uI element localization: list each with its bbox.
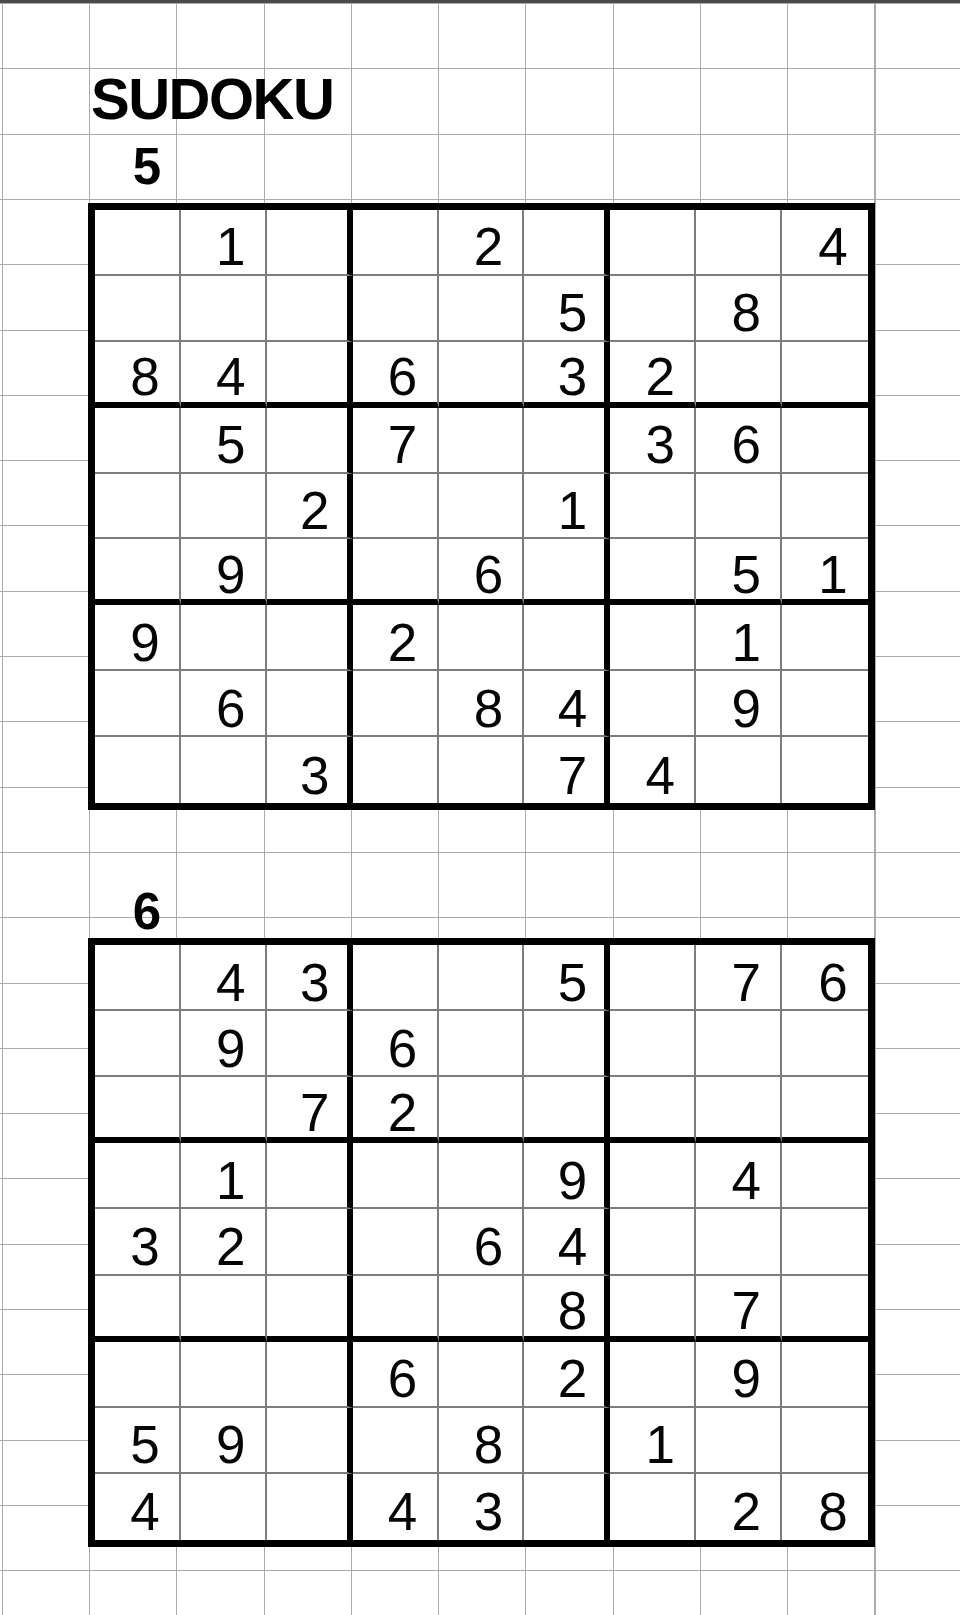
puzzle-6-cell-r6c7[interactable] [610,1276,696,1342]
puzzle-6-cell-r2c2: 9 [181,1011,267,1077]
puzzle-5-cell-r7c8: 1 [696,605,782,671]
puzzle-5-cell-r8c1[interactable] [95,671,181,737]
puzzle-5-cell-r7c9[interactable] [782,605,868,671]
cell-digit: 3 [474,1485,503,1538]
puzzle-6-cell-r7c9[interactable] [782,1342,868,1408]
cell-digit: 2 [388,616,417,669]
puzzle-5-cell-r3c7: 2 [610,342,696,408]
puzzle-5-cell-r8c2: 6 [181,671,267,737]
puzzle-6-cell-r7c3[interactable] [267,1342,353,1408]
puzzle-6-cell-r2c4: 6 [353,1011,439,1077]
cell-digit: 4 [646,749,675,802]
cell-digit: 1 [216,220,245,273]
puzzle-5-cell-r3c8[interactable] [696,342,782,408]
puzzle-6-cell-r4c4[interactable] [353,1143,439,1209]
puzzle-5-cell-r6c5: 6 [439,539,525,605]
puzzle-6-cell-r9c1: 4 [95,1474,181,1540]
puzzle-5-cell-r7c7[interactable] [610,605,696,671]
puzzle-5-cell-r8c8: 9 [696,671,782,737]
cell-digit: 5 [558,286,587,339]
puzzle-6-cell-r8c6[interactable] [524,1408,610,1474]
puzzle-6-cell-r1c7[interactable] [610,945,696,1011]
cell-digit: 6 [474,1220,503,1273]
puzzle-6-cell-r1c3: 3 [267,945,353,1011]
puzzle-5-cell-r2c5[interactable] [439,276,525,342]
puzzle-6-cell-r1c4[interactable] [353,945,439,1011]
puzzle-6-cell-r4c5[interactable] [439,1143,525,1209]
cell-digit: 8 [130,350,159,403]
puzzle-6-cell-r6c9[interactable] [782,1276,868,1342]
puzzle-5-cell-r4c8: 6 [696,408,782,474]
puzzle-5-cell-r7c3[interactable] [267,605,353,671]
puzzle-5-cell-r9c1[interactable] [95,737,181,803]
puzzle-6-cell-r8c8[interactable] [696,1408,782,1474]
cell-digit: 4 [216,350,245,403]
cell-digit: 4 [558,1220,587,1273]
cell-digit: 8 [731,286,760,339]
puzzle-6-cell-r5c3[interactable] [267,1209,353,1275]
puzzle-6-cell-r2c8[interactable] [696,1011,782,1077]
puzzle-6-cell-r4c2: 1 [181,1143,267,1209]
puzzle-5-cell-r7c1: 9 [95,605,181,671]
puzzle-5-cell-r1c1[interactable] [95,210,181,276]
puzzle-6-cell-r4c8: 4 [696,1143,782,1209]
puzzle-5-cell-r1c4[interactable] [353,210,439,276]
puzzle-6-cell-r2c1[interactable] [95,1011,181,1077]
page-title: SUDOKU [91,66,333,133]
puzzle-5-cell-r4c3[interactable] [267,408,353,474]
puzzle-5-cell-r5c8[interactable] [696,474,782,540]
puzzle-5-cell-r8c7[interactable] [610,671,696,737]
puzzle-5-cell-r7c4: 2 [353,605,439,671]
puzzle-5-cell-r4c7: 3 [610,408,696,474]
puzzle-6-cell-r9c3[interactable] [267,1474,353,1540]
cell-digit: 9 [216,1418,245,1471]
puzzle-6-cell-r8c3[interactable] [267,1408,353,1474]
puzzle-6-cell-r4c7[interactable] [610,1143,696,1209]
puzzle-5-cell-r9c9[interactable] [782,737,868,803]
puzzle-5-cell-r1c5: 2 [439,210,525,276]
cell-digit: 7 [300,1086,329,1139]
puzzle-5-cell-r3c4: 6 [353,342,439,408]
puzzle-6-cell-r2c6[interactable] [524,1011,610,1077]
puzzle-5-cell-r2c2[interactable] [181,276,267,342]
cell-digit: 4 [216,956,245,1009]
puzzle-5-cell-r2c4[interactable] [353,276,439,342]
puzzle-5-cell-r1c9: 4 [782,210,868,276]
cell-digit: 6 [818,956,847,1009]
cell-digit: 6 [388,1352,417,1405]
puzzle-6-cell-r5c7[interactable] [610,1209,696,1275]
puzzle-5-cell-r9c5[interactable] [439,737,525,803]
puzzle-6-cell-r9c5: 3 [439,1474,525,1540]
puzzle-5-board: 124588463257362196519216849374 [88,203,875,810]
puzzle-6-cell-r4c9[interactable] [782,1143,868,1209]
puzzle-5-cell-r7c5[interactable] [439,605,525,671]
puzzle-6-cell-r9c9: 8 [782,1474,868,1540]
puzzle-6-cell-r7c1[interactable] [95,1342,181,1408]
puzzle-5-cell-r2c7[interactable] [610,276,696,342]
puzzle-6-cell-r6c2[interactable] [181,1276,267,1342]
cell-digit: 9 [558,1154,587,1207]
puzzle-5-cell-r5c9[interactable] [782,474,868,540]
page: SUDOKU 5 124588463257362196519216849374 … [0,0,960,1615]
cell-digit: 5 [130,1418,159,1471]
puzzle-6-cell-r3c8[interactable] [696,1077,782,1143]
cell-digit: 5 [558,956,587,1009]
cell-digit: 9 [731,682,760,735]
puzzle-6-cell-r8c1: 5 [95,1408,181,1474]
puzzle-5-cell-r6c9: 1 [782,539,868,605]
puzzle-6-cell-r3c9[interactable] [782,1077,868,1143]
puzzle-6-cell-r1c6: 5 [524,945,610,1011]
puzzle-6-cell-r5c9[interactable] [782,1209,868,1275]
puzzle-6-cell-r8c9[interactable] [782,1408,868,1474]
puzzle-5-cell-r9c8[interactable] [696,737,782,803]
cell-digit: 2 [558,1352,587,1405]
puzzle-5-cell-r2c3[interactable] [267,276,353,342]
puzzle-6-cell-r9c7[interactable] [610,1474,696,1540]
puzzle-5-cell-r5c4[interactable] [353,474,439,540]
cell-digit: 3 [646,418,675,471]
puzzle-6-cell-r2c9[interactable] [782,1011,868,1077]
puzzle-5-label: 5 [92,138,202,197]
puzzle-6-cell-r8c7: 1 [610,1408,696,1474]
puzzle-5-cell-r6c3[interactable] [267,539,353,605]
puzzle-6-cell-r6c4[interactable] [353,1276,439,1342]
puzzle-5-cell-r8c4[interactable] [353,671,439,737]
puzzle-6-cell-r2c5[interactable] [439,1011,525,1077]
puzzle-5-cell-r3c2: 4 [181,342,267,408]
cell-digit: 4 [731,1154,760,1207]
puzzle-5-cell-r8c6: 4 [524,671,610,737]
puzzle-6-cell-r9c8: 2 [696,1474,782,1540]
puzzle-5-cell-r9c6: 7 [524,737,610,803]
puzzle-6-cell-r3c4: 2 [353,1077,439,1143]
cell-digit: 4 [130,1485,159,1538]
cell-digit: 2 [731,1485,760,1538]
puzzle-5-cell-r4c5[interactable] [439,408,525,474]
puzzle-6-cell-r5c8[interactable] [696,1209,782,1275]
puzzle-6-cell-r9c2[interactable] [181,1474,267,1540]
cell-digit: 6 [216,682,245,735]
puzzle-6-cell-r1c8: 7 [696,945,782,1011]
puzzle-6-cell-r6c3[interactable] [267,1276,353,1342]
cell-digit: 1 [731,616,760,669]
puzzle-5-cell-r8c3[interactable] [267,671,353,737]
puzzle-6-cell-r5c5: 6 [439,1209,525,1275]
puzzle-5-cell-r2c8: 8 [696,276,782,342]
puzzle-6-cell-r6c5[interactable] [439,1276,525,1342]
cell-digit: 1 [646,1418,675,1471]
puzzle-6-board: 435769672194326487629598144328 [88,938,875,1547]
puzzle-5-cell-r6c1[interactable] [95,539,181,605]
puzzle-6-cell-r1c9: 6 [782,945,868,1011]
cell-digit: 2 [474,220,503,273]
puzzle-6-cell-r1c2: 4 [181,945,267,1011]
puzzle-5-cell-r5c7[interactable] [610,474,696,540]
puzzle-5-cell-r1c7[interactable] [610,210,696,276]
puzzle-6-cell-r8c4[interactable] [353,1408,439,1474]
puzzle-6-cell-r7c4: 6 [353,1342,439,1408]
puzzle-6-cell-r2c3[interactable] [267,1011,353,1077]
puzzle-5-cell-r6c6[interactable] [524,539,610,605]
puzzle-6-cell-r6c8: 7 [696,1276,782,1342]
puzzle-6-cell-r7c7[interactable] [610,1342,696,1408]
cell-digit: 9 [731,1352,760,1405]
cell-digit: 8 [474,682,503,735]
puzzle-5-cell-r5c3: 2 [267,474,353,540]
cell-digit: 1 [818,548,847,601]
puzzle-6-cell-r1c1[interactable] [95,945,181,1011]
puzzle-6-cell-r3c1[interactable] [95,1077,181,1143]
cell-digit: 8 [558,1284,587,1337]
puzzle-5-cell-r2c1[interactable] [95,276,181,342]
cell-digit: 7 [731,956,760,1009]
cell-digit: 7 [558,749,587,802]
puzzle-6-cell-r2c7[interactable] [610,1011,696,1077]
cell-digit: 6 [474,548,503,601]
cell-digit: 3 [558,350,587,403]
puzzle-6-cell-r3c2[interactable] [181,1077,267,1143]
puzzle-5-cell-r5c6: 1 [524,474,610,540]
puzzle-5-cell-r6c2: 9 [181,539,267,605]
puzzle-5-cell-r1c6[interactable] [524,210,610,276]
puzzle-5-cell-r5c2[interactable] [181,474,267,540]
puzzle-6-cell-r5c4[interactable] [353,1209,439,1275]
cell-digit: 3 [130,1220,159,1273]
cell-digit: 6 [388,1022,417,1075]
puzzle-6-cell-r8c5: 8 [439,1408,525,1474]
puzzle-5-cell-r1c8[interactable] [696,210,782,276]
cell-digit: 9 [130,616,159,669]
puzzle-5-cell-r4c4: 7 [353,408,439,474]
puzzle-5-cell-r3c6: 3 [524,342,610,408]
puzzle-5-cell-r4c2: 5 [181,408,267,474]
cell-digit: 8 [474,1418,503,1471]
puzzle-5-cell-r4c9[interactable] [782,408,868,474]
puzzle-6-cell-r8c2: 9 [181,1408,267,1474]
cell-digit: 9 [216,548,245,601]
cell-digit: 9 [216,1022,245,1075]
puzzle-6-cell-r9c6[interactable] [524,1474,610,1540]
puzzle-5-cell-r7c6[interactable] [524,605,610,671]
puzzle-6-cell-r5c2: 2 [181,1209,267,1275]
puzzle-5-cell-r8c9[interactable] [782,671,868,737]
puzzle-5-cell-r1c2: 1 [181,210,267,276]
puzzle-6-cell-r4c3[interactable] [267,1143,353,1209]
puzzle-5-cell-r2c6: 5 [524,276,610,342]
cell-digit: 7 [388,418,417,471]
puzzle-5-cell-r5c5[interactable] [439,474,525,540]
cell-digit: 6 [731,418,760,471]
cell-digit: 3 [300,749,329,802]
cell-digit: 6 [388,350,417,403]
puzzle-5-cell-r3c5[interactable] [439,342,525,408]
puzzle-5-cell-r9c7: 4 [610,737,696,803]
cell-digit: 2 [216,1220,245,1273]
puzzle-5-cell-r9c3: 3 [267,737,353,803]
puzzle-6-cell-r4c6: 9 [524,1143,610,1209]
puzzle-5-cell-r9c4[interactable] [353,737,439,803]
puzzle-5-cell-r3c1: 8 [95,342,181,408]
page-top-edge [0,0,960,3]
puzzle-6-cell-r4c1[interactable] [95,1143,181,1209]
puzzle-5-cell-r1c3[interactable] [267,210,353,276]
puzzle-6-cell-r5c1: 3 [95,1209,181,1275]
puzzle-6-cell-r7c5[interactable] [439,1342,525,1408]
puzzle-5-cell-r6c4[interactable] [353,539,439,605]
puzzle-5-cell-r6c7[interactable] [610,539,696,605]
puzzle-5-cell-r3c9[interactable] [782,342,868,408]
cell-digit: 7 [731,1284,760,1337]
cell-digit: 1 [216,1154,245,1207]
puzzle-5-cell-r4c1[interactable] [95,408,181,474]
cell-digit: 4 [558,682,587,735]
puzzle-6-cell-r3c3: 7 [267,1077,353,1143]
cell-digit: 3 [300,956,329,1009]
puzzle-5-cell-r7c2[interactable] [181,605,267,671]
cell-digit: 1 [558,484,587,537]
cell-digit: 5 [216,418,245,471]
puzzle-6-cell-r6c6: 8 [524,1276,610,1342]
puzzle-6-cell-r6c1[interactable] [95,1276,181,1342]
puzzle-6-cell-r1c5[interactable] [439,945,525,1011]
cell-digit: 8 [818,1485,847,1538]
puzzle-6-cell-r9c4: 4 [353,1474,439,1540]
puzzle-6-cell-r7c2[interactable] [181,1342,267,1408]
puzzle-6-cell-r3c6[interactable] [524,1077,610,1143]
puzzle-5-cell-r9c2[interactable] [181,737,267,803]
puzzle-6-cell-r7c6: 2 [524,1342,610,1408]
puzzle-5-cell-r3c3[interactable] [267,342,353,408]
cell-digit: 2 [388,1086,417,1139]
puzzle-6-cell-r3c5[interactable] [439,1077,525,1143]
puzzle-5-cell-r2c9[interactable] [782,276,868,342]
puzzle-6-cell-r7c8: 9 [696,1342,782,1408]
puzzle-5-cell-r5c1[interactable] [95,474,181,540]
cell-digit: 2 [646,350,675,403]
puzzle-5-cell-r6c8: 5 [696,539,782,605]
cell-digit: 4 [388,1485,417,1538]
puzzle-6-cell-r5c6: 4 [524,1209,610,1275]
puzzle-6-label: 6 [92,883,202,942]
cell-digit: 5 [731,548,760,601]
cell-digit: 2 [300,484,329,537]
puzzle-6-cell-r3c7[interactable] [610,1077,696,1143]
puzzle-5-cell-r4c6[interactable] [524,408,610,474]
puzzle-5-cell-r8c5: 8 [439,671,525,737]
cell-digit: 4 [818,220,847,273]
